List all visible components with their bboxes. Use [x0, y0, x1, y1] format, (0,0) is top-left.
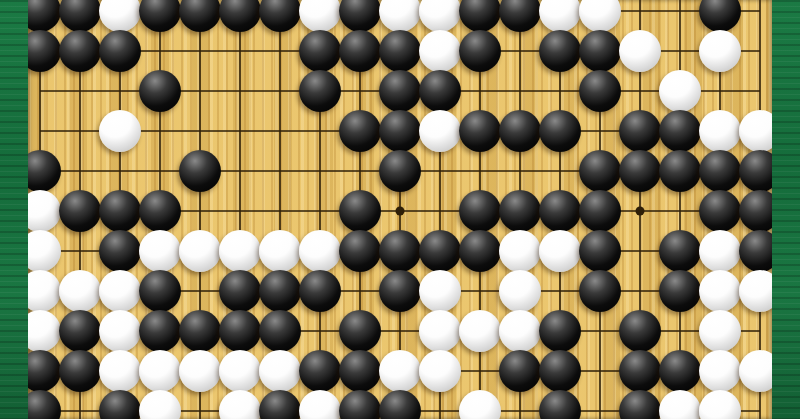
stone-black[interactable]	[99, 230, 141, 272]
stone-white[interactable]	[99, 350, 141, 392]
stone-black[interactable]	[139, 310, 181, 352]
stone-white[interactable]	[539, 230, 581, 272]
go-board[interactable]	[28, 0, 772, 419]
felt-left-margin	[0, 0, 28, 419]
stone-black[interactable]	[579, 30, 621, 72]
stone-white[interactable]	[459, 310, 501, 352]
stone-black[interactable]	[219, 270, 261, 312]
stone-black[interactable]	[219, 310, 261, 352]
stone-white[interactable]	[419, 110, 461, 152]
stone-black[interactable]	[619, 110, 661, 152]
stone-black[interactable]	[539, 190, 581, 232]
stone-white[interactable]	[419, 270, 461, 312]
stone-black[interactable]	[339, 310, 381, 352]
stone-black[interactable]	[459, 230, 501, 272]
stone-black[interactable]	[659, 270, 701, 312]
stone-black[interactable]	[59, 30, 101, 72]
stone-black[interactable]	[579, 270, 621, 312]
felt-right-margin	[772, 0, 800, 419]
stone-black[interactable]	[379, 30, 421, 72]
stone-white[interactable]	[499, 230, 541, 272]
stone-white[interactable]	[499, 310, 541, 352]
stone-white[interactable]	[259, 350, 301, 392]
stone-black[interactable]	[299, 30, 341, 72]
stone-white[interactable]	[99, 110, 141, 152]
stone-black[interactable]	[659, 350, 701, 392]
stone-black[interactable]	[539, 110, 581, 152]
star-point	[636, 207, 645, 216]
stone-white[interactable]	[379, 350, 421, 392]
stone-black[interactable]	[299, 350, 341, 392]
stone-black[interactable]	[259, 310, 301, 352]
stone-white[interactable]	[419, 350, 461, 392]
stone-black[interactable]	[579, 70, 621, 112]
stone-black[interactable]	[659, 110, 701, 152]
stone-white[interactable]	[179, 350, 221, 392]
stone-white[interactable]	[99, 310, 141, 352]
go-diagram-screen	[0, 0, 800, 419]
stone-black[interactable]	[139, 190, 181, 232]
stone-black[interactable]	[139, 70, 181, 112]
stone-black[interactable]	[339, 350, 381, 392]
stone-black[interactable]	[379, 110, 421, 152]
stone-black[interactable]	[259, 270, 301, 312]
stone-black[interactable]	[539, 30, 581, 72]
stone-black[interactable]	[339, 190, 381, 232]
stone-white[interactable]	[219, 230, 261, 272]
stone-black[interactable]	[459, 30, 501, 72]
stone-white[interactable]	[619, 30, 661, 72]
stone-black[interactable]	[659, 230, 701, 272]
stone-black[interactable]	[379, 230, 421, 272]
stone-black[interactable]	[379, 70, 421, 112]
stone-black[interactable]	[459, 190, 501, 232]
stone-black[interactable]	[59, 310, 101, 352]
stone-white[interactable]	[219, 350, 261, 392]
stone-black[interactable]	[339, 30, 381, 72]
stone-black[interactable]	[379, 270, 421, 312]
stone-black[interactable]	[459, 110, 501, 152]
stone-black[interactable]	[419, 230, 461, 272]
stone-black[interactable]	[299, 70, 341, 112]
stone-black[interactable]	[499, 350, 541, 392]
stone-white[interactable]	[699, 110, 741, 152]
stone-black[interactable]	[579, 190, 621, 232]
stone-black[interactable]	[539, 310, 581, 352]
stone-black[interactable]	[699, 190, 741, 232]
stone-white[interactable]	[419, 310, 461, 352]
stone-black[interactable]	[499, 190, 541, 232]
stone-black[interactable]	[379, 150, 421, 192]
stone-black[interactable]	[619, 310, 661, 352]
stone-black[interactable]	[659, 150, 701, 192]
stone-white[interactable]	[499, 270, 541, 312]
stone-black[interactable]	[59, 190, 101, 232]
stone-white[interactable]	[299, 230, 341, 272]
stone-black[interactable]	[99, 30, 141, 72]
stone-black[interactable]	[99, 190, 141, 232]
stone-black[interactable]	[499, 110, 541, 152]
stone-white[interactable]	[699, 270, 741, 312]
stone-white[interactable]	[419, 30, 461, 72]
stone-white[interactable]	[59, 270, 101, 312]
stone-black[interactable]	[59, 350, 101, 392]
stone-black[interactable]	[299, 270, 341, 312]
stone-black[interactable]	[699, 150, 741, 192]
stone-black[interactable]	[139, 270, 181, 312]
stone-black[interactable]	[619, 350, 661, 392]
stone-black[interactable]	[179, 310, 221, 352]
stone-black[interactable]	[579, 150, 621, 192]
stone-black[interactable]	[179, 150, 221, 192]
stone-black[interactable]	[539, 350, 581, 392]
stone-white[interactable]	[259, 230, 301, 272]
stone-black[interactable]	[419, 70, 461, 112]
stone-white[interactable]	[139, 230, 181, 272]
stone-black[interactable]	[339, 110, 381, 152]
stone-white[interactable]	[699, 230, 741, 272]
stone-white[interactable]	[179, 230, 221, 272]
stone-white[interactable]	[659, 70, 701, 112]
stone-black[interactable]	[339, 230, 381, 272]
stone-white[interactable]	[139, 350, 181, 392]
stone-white[interactable]	[699, 350, 741, 392]
stone-white[interactable]	[699, 310, 741, 352]
stone-black[interactable]	[619, 150, 661, 192]
star-point	[396, 207, 405, 216]
stone-black[interactable]	[579, 230, 621, 272]
stone-white[interactable]	[699, 30, 741, 72]
stone-white[interactable]	[99, 270, 141, 312]
